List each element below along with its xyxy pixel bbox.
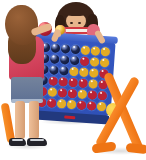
red-disc: ● [86,101,96,111]
cell-r1c7: ● [100,46,111,58]
yellow-disc: ● [100,47,110,57]
red-disc: ● [46,98,56,108]
right-child-hand [55,32,61,37]
yellow-disc: ● [89,68,99,78]
red-disc: ● [97,91,107,101]
red-disc: ● [58,77,68,87]
yellow-disc: ● [79,67,89,77]
yellow-disc: ● [89,57,99,67]
red-disc: ● [68,78,78,88]
left-child-leg [29,101,39,139]
left-child-sandal [9,138,26,146]
red-disc: ● [78,78,88,88]
red-disc: ● [79,56,89,66]
red-disc: ● [87,90,97,100]
empty-hole [49,65,59,75]
yellow-disc: ● [90,46,100,56]
yellow-disc: ● [96,102,106,112]
empty-hole [60,44,70,54]
board-grid: ●●●●●●●●●●●●●●●●●●●●●●●●●●●●●● [36,42,110,113]
photo-scene: ●●●●●●●●●●●●●●●●●●●●●●●●●●●●●● [0,0,146,160]
red-disc: ● [48,76,58,86]
empty-hole [69,56,79,66]
right-child-bangs [62,5,90,16]
left-child-denim-shorts [11,77,43,103]
right-child-eye [78,22,81,24]
empty-hole [50,43,60,53]
yellow-disc: ● [99,58,109,68]
cell-r5c7: ● [96,90,107,102]
empty-hole [70,45,80,55]
left-child-leg [15,101,25,139]
yellow-disc: ● [69,67,79,77]
empty-hole [59,66,69,76]
yellow-disc: ● [56,99,66,109]
cell-r6c7: ● [96,101,107,113]
red-disc: ● [57,88,67,98]
yellow-disc: ● [47,87,57,97]
yellow-disc: ● [88,79,98,89]
empty-hole [59,55,69,65]
right-child-eye [70,22,73,24]
left-child-sandal [27,138,47,146]
left-child-hair [5,5,38,45]
yellow-disc: ● [77,89,87,99]
cell-r2c7: ● [99,57,110,69]
red-disc: ● [67,89,77,99]
yellow-disc: ● [66,100,76,110]
red-disc: ● [76,100,86,110]
empty-hole [49,54,59,64]
yellow-disc: ● [80,45,90,55]
